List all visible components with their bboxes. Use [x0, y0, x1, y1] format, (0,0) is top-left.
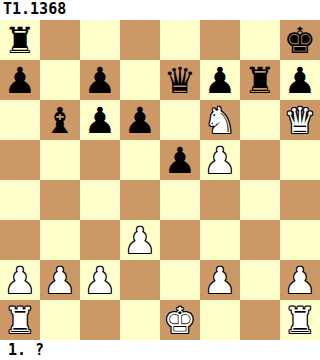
piece-black-pawn[interactable]: ♟ [120, 100, 160, 140]
square-g3[interactable] [240, 220, 280, 260]
piece-white-king[interactable]: ♚ [160, 300, 200, 340]
square-a1[interactable]: ♜ [0, 300, 40, 340]
piece-black-rook[interactable]: ♜ [0, 20, 40, 60]
square-a4[interactable] [0, 180, 40, 220]
puzzle-title: T1.1368 [3, 0, 66, 20]
square-g4[interactable] [240, 180, 280, 220]
piece-white-rook[interactable]: ♜ [0, 300, 40, 340]
piece-white-pawn[interactable]: ♟ [200, 140, 240, 180]
square-e3[interactable] [160, 220, 200, 260]
piece-black-pawn[interactable]: ♟ [280, 60, 320, 100]
square-e8[interactable] [160, 20, 200, 60]
square-a3[interactable] [0, 220, 40, 260]
piece-black-king[interactable]: ♚ [280, 20, 320, 60]
square-h7[interactable]: ♟ [280, 60, 320, 100]
square-g8[interactable] [240, 20, 280, 60]
square-e4[interactable] [160, 180, 200, 220]
piece-black-rook[interactable]: ♜ [240, 60, 280, 100]
square-a2[interactable]: ♟ [0, 260, 40, 300]
square-a7[interactable]: ♟ [0, 60, 40, 100]
square-h8[interactable]: ♚ [280, 20, 320, 60]
piece-black-queen[interactable]: ♛ [160, 60, 200, 100]
square-c2[interactable]: ♟ [80, 260, 120, 300]
piece-black-pawn[interactable]: ♟ [80, 60, 120, 100]
piece-white-rook[interactable]: ♜ [280, 300, 320, 340]
square-f2[interactable]: ♟ [200, 260, 240, 300]
square-c5[interactable] [80, 140, 120, 180]
square-g7[interactable]: ♜ [240, 60, 280, 100]
square-c6[interactable]: ♟ [80, 100, 120, 140]
square-a6[interactable] [0, 100, 40, 140]
square-g6[interactable] [240, 100, 280, 140]
square-h5[interactable] [280, 140, 320, 180]
square-d2[interactable] [120, 260, 160, 300]
square-f5[interactable]: ♟ [200, 140, 240, 180]
square-b2[interactable]: ♟ [40, 260, 80, 300]
piece-black-pawn[interactable]: ♟ [0, 60, 40, 100]
square-d1[interactable] [120, 300, 160, 340]
piece-white-pawn[interactable]: ♟ [0, 260, 40, 300]
square-f6[interactable]: ♞ [200, 100, 240, 140]
square-a8[interactable]: ♜ [0, 20, 40, 60]
square-b3[interactable] [40, 220, 80, 260]
square-e6[interactable] [160, 100, 200, 140]
square-a5[interactable] [0, 140, 40, 180]
square-f4[interactable] [200, 180, 240, 220]
square-c1[interactable] [80, 300, 120, 340]
square-h4[interactable] [280, 180, 320, 220]
square-c8[interactable] [80, 20, 120, 60]
square-d8[interactable] [120, 20, 160, 60]
square-f3[interactable] [200, 220, 240, 260]
square-e2[interactable] [160, 260, 200, 300]
square-c4[interactable] [80, 180, 120, 220]
piece-white-pawn[interactable]: ♟ [200, 260, 240, 300]
square-d4[interactable] [120, 180, 160, 220]
piece-white-queen[interactable]: ♛ [280, 100, 320, 140]
square-f8[interactable] [200, 20, 240, 60]
piece-white-pawn[interactable]: ♟ [120, 220, 160, 260]
square-c3[interactable] [80, 220, 120, 260]
square-b8[interactable] [40, 20, 80, 60]
piece-white-knight[interactable]: ♞ [200, 100, 240, 140]
square-f7[interactable]: ♟ [200, 60, 240, 100]
piece-black-pawn[interactable]: ♟ [80, 100, 120, 140]
square-d3[interactable]: ♟ [120, 220, 160, 260]
square-e7[interactable]: ♛ [160, 60, 200, 100]
square-e1[interactable]: ♚ [160, 300, 200, 340]
chess-board: ♜♚♟♟♛♟♜♟♝♟♟♞♛♟♟♟♟♟♟♟♟♜♚♜ [0, 20, 320, 340]
square-h6[interactable]: ♛ [280, 100, 320, 140]
square-g5[interactable] [240, 140, 280, 180]
square-e5[interactable]: ♟ [160, 140, 200, 180]
square-d6[interactable]: ♟ [120, 100, 160, 140]
square-h1[interactable]: ♜ [280, 300, 320, 340]
piece-white-pawn[interactable]: ♟ [40, 260, 80, 300]
square-d7[interactable] [120, 60, 160, 100]
square-b7[interactable] [40, 60, 80, 100]
piece-white-pawn[interactable]: ♟ [80, 260, 120, 300]
square-h3[interactable] [280, 220, 320, 260]
move-prompt: 1. ? [8, 341, 44, 360]
square-h2[interactable]: ♟ [280, 260, 320, 300]
piece-black-bishop[interactable]: ♝ [40, 100, 80, 140]
square-g1[interactable] [240, 300, 280, 340]
piece-white-pawn[interactable]: ♟ [280, 260, 320, 300]
square-d5[interactable] [120, 140, 160, 180]
piece-black-pawn[interactable]: ♟ [200, 60, 240, 100]
square-b1[interactable] [40, 300, 80, 340]
square-c7[interactable]: ♟ [80, 60, 120, 100]
piece-black-pawn[interactable]: ♟ [160, 140, 200, 180]
square-b4[interactable] [40, 180, 80, 220]
square-b6[interactable]: ♝ [40, 100, 80, 140]
square-g2[interactable] [240, 260, 280, 300]
square-b5[interactable] [40, 140, 80, 180]
square-f1[interactable] [200, 300, 240, 340]
